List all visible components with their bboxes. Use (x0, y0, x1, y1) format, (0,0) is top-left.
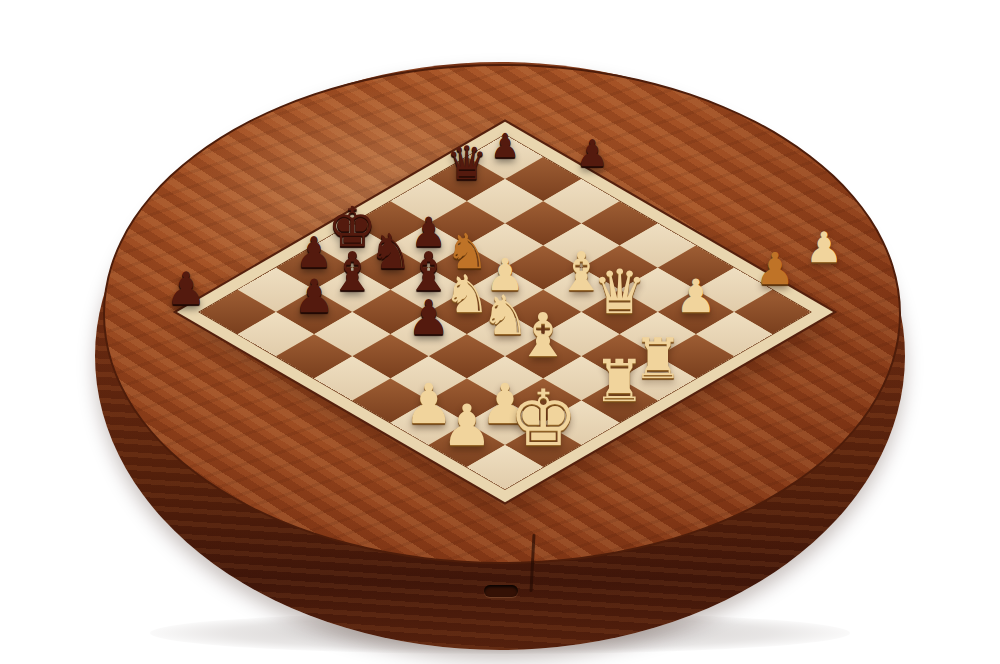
drawer-notch[interactable] (484, 585, 518, 597)
piece-white-rook-h4[interactable]: ♜ (594, 352, 646, 410)
rim-piece-dark-pawn-1[interactable]: ♟ (755, 247, 794, 291)
piece-dark-bishop-b3[interactable]: ♝ (328, 245, 376, 299)
piece-white-queen-f6[interactable]: ♛ (592, 261, 647, 322)
piece-white-king-h2[interactable]: ♚ (508, 380, 577, 458)
piece-white-bishop-f4[interactable]: ♝ (516, 305, 570, 365)
rim-piece-dark-pawn-0[interactable]: ♟ (575, 135, 608, 172)
piece-white-pawn-g7[interactable]: ♟ (675, 273, 716, 319)
piece-dark-queen-a7[interactable]: ♛ (446, 140, 488, 186)
piece-dark-pawn-d3[interactable]: ♟ (407, 294, 450, 342)
piece-white-pawn-g1[interactable]: ♟ (441, 397, 492, 454)
product-photo-scene: ♟♛♟♝♛♟♞♟♜♚♞♝♞♞♝♜♟♝♟♟♟♚♟♟♟♟♟♟ (0, 0, 1000, 664)
piece-dark-pawn-a8[interactable]: ♟ (490, 129, 520, 162)
rim-piece-dark-pawn-3[interactable]: ♟ (166, 266, 206, 311)
piece-dark-pawn-b2[interactable]: ♟ (293, 273, 334, 319)
rim-piece-white-pawn-2[interactable]: ♟ (805, 227, 843, 269)
